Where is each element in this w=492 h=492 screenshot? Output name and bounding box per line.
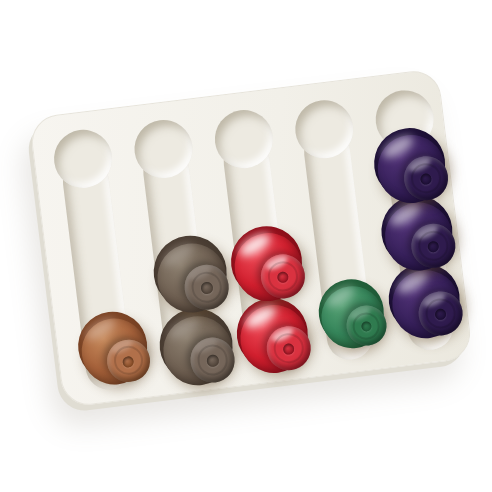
capsule-nub <box>420 173 433 186</box>
capsule-holder-tray <box>29 68 474 408</box>
capsule-caramel-brown-slot1 <box>74 310 154 390</box>
capsule-nub <box>276 271 289 284</box>
product-photo-scene <box>0 0 492 492</box>
capsule-dark-taupe-slot2 <box>155 307 240 392</box>
capsule-dark-taupe-slot2 <box>149 234 234 319</box>
capsule-nub <box>427 241 440 254</box>
capsule-nub <box>360 321 372 333</box>
capsule-nub <box>200 282 213 295</box>
capsule-dark-purple-slot5 <box>369 127 451 209</box>
capsule-nub <box>434 308 447 321</box>
capsule-nub <box>282 343 295 356</box>
capsule-nub <box>122 355 134 367</box>
capsule-red-slot3 <box>232 297 314 379</box>
capsule-green-slot4 <box>314 278 390 354</box>
capsule-red-slot3 <box>226 225 308 307</box>
capsule-nub <box>206 355 219 368</box>
